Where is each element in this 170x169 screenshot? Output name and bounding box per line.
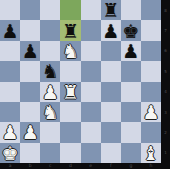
square-d8[interactable]: [60, 0, 80, 20]
rank-label-6: 6: [161, 41, 170, 61]
file-label-d: d: [60, 163, 80, 169]
square-b6[interactable]: ♟: [20, 41, 40, 61]
square-d1[interactable]: [60, 143, 80, 163]
square-f3[interactable]: [101, 102, 121, 122]
square-d4[interactable]: ♜: [60, 82, 80, 102]
white-pawn-piece[interactable]: ♟: [142, 102, 159, 122]
black-rook-piece[interactable]: ♜: [62, 20, 79, 40]
square-e4[interactable]: [81, 82, 101, 102]
square-a2[interactable]: ♟: [0, 122, 20, 142]
white-knight-piece[interactable]: ♞: [62, 41, 79, 61]
square-f5[interactable]: [101, 61, 121, 81]
square-b3[interactable]: [20, 102, 40, 122]
file-label-h: h: [141, 163, 161, 169]
square-d2[interactable]: [60, 122, 80, 142]
rank-label-2: 2: [161, 122, 170, 142]
square-a8[interactable]: [0, 0, 20, 20]
white-pawn-piece[interactable]: ♟: [2, 122, 19, 142]
square-e5[interactable]: [81, 61, 101, 81]
square-f6[interactable]: [101, 41, 121, 61]
square-c6[interactable]: [40, 41, 60, 61]
white-pawn-piece[interactable]: ♟: [22, 122, 39, 142]
black-pawn-piece[interactable]: ♟: [122, 41, 139, 61]
square-c1[interactable]: [40, 143, 60, 163]
square-f2[interactable]: [101, 122, 121, 142]
chess-board: ♜♟♜♟♚♟♞♟♞♟♜♞♟♟♟♚♝: [0, 0, 161, 163]
file-label-g: g: [121, 163, 141, 169]
rank-label-4: 4: [161, 82, 170, 102]
square-c5[interactable]: ♞: [40, 61, 60, 81]
white-bishop-piece[interactable]: ♝: [142, 143, 159, 163]
square-g5[interactable]: [121, 61, 141, 81]
file-label-b: b: [20, 163, 40, 169]
square-b1[interactable]: [20, 143, 40, 163]
black-pawn-piece[interactable]: ♟: [2, 20, 19, 40]
rank-label-8: 8: [161, 0, 170, 20]
square-f8[interactable]: ♜: [101, 0, 121, 20]
white-king-piece[interactable]: ♚: [2, 143, 19, 163]
rank-label-3: 3: [161, 102, 170, 122]
square-h2[interactable]: [141, 122, 161, 142]
square-c2[interactable]: [40, 122, 60, 142]
black-rook-piece[interactable]: ♜: [102, 0, 119, 20]
square-c4[interactable]: ♟: [40, 82, 60, 102]
square-d7[interactable]: ♜: [60, 20, 80, 40]
square-c8[interactable]: [40, 0, 60, 20]
square-g2[interactable]: [121, 122, 141, 142]
white-pawn-piece[interactable]: ♟: [42, 82, 59, 102]
square-e2[interactable]: [81, 122, 101, 142]
square-g6[interactable]: ♟: [121, 41, 141, 61]
black-knight-piece[interactable]: ♞: [42, 61, 59, 81]
square-a5[interactable]: [0, 61, 20, 81]
square-a3[interactable]: [0, 102, 20, 122]
square-d3[interactable]: [60, 102, 80, 122]
square-h3[interactable]: ♟: [141, 102, 161, 122]
square-e3[interactable]: [81, 102, 101, 122]
square-c3[interactable]: ♞: [40, 102, 60, 122]
square-c7[interactable]: [40, 20, 60, 40]
rank-label-5: 5: [161, 61, 170, 81]
rank-coordinates: 87654321: [161, 0, 170, 163]
white-rook-piece[interactable]: ♜: [62, 82, 79, 102]
black-king-piece[interactable]: ♚: [122, 20, 139, 40]
square-g3[interactable]: [121, 102, 141, 122]
square-h7[interactable]: [141, 20, 161, 40]
square-e8[interactable]: [81, 0, 101, 20]
square-d5[interactable]: [60, 61, 80, 81]
square-h5[interactable]: [141, 61, 161, 81]
square-e7[interactable]: [81, 20, 101, 40]
file-label-f: f: [101, 163, 121, 169]
square-a6[interactable]: [0, 41, 20, 61]
square-b5[interactable]: [20, 61, 40, 81]
square-g4[interactable]: [121, 82, 141, 102]
square-g7[interactable]: ♚: [121, 20, 141, 40]
black-pawn-piece[interactable]: ♟: [102, 20, 119, 40]
file-coordinates: abcdefgh: [0, 163, 161, 169]
square-f1[interactable]: [101, 143, 121, 163]
rank-label-1: 1: [161, 143, 170, 163]
rank-label-7: 7: [161, 20, 170, 40]
square-d6[interactable]: ♞: [60, 41, 80, 61]
file-label-c: c: [40, 163, 60, 169]
square-b2[interactable]: ♟: [20, 122, 40, 142]
square-f4[interactable]: [101, 82, 121, 102]
square-h4[interactable]: [141, 82, 161, 102]
file-label-e: e: [81, 163, 101, 169]
square-e1[interactable]: [81, 143, 101, 163]
square-b4[interactable]: [20, 82, 40, 102]
square-h8[interactable]: [141, 0, 161, 20]
file-label-a: a: [0, 163, 20, 169]
square-a7[interactable]: ♟: [0, 20, 20, 40]
white-knight-piece[interactable]: ♞: [42, 102, 59, 122]
square-h6[interactable]: [141, 41, 161, 61]
chess-app-window: ♜♟♜♟♚♟♞♟♞♟♜♞♟♟♟♚♝ 87654321 abcdefgh: [0, 0, 170, 169]
square-b8[interactable]: [20, 0, 40, 20]
square-b7[interactable]: [20, 20, 40, 40]
square-a4[interactable]: [0, 82, 20, 102]
black-pawn-piece[interactable]: ♟: [22, 41, 39, 61]
square-e6[interactable]: [81, 41, 101, 61]
square-a1[interactable]: ♚: [0, 143, 20, 163]
square-g8[interactable]: [121, 0, 141, 20]
square-f7[interactable]: ♟: [101, 20, 121, 40]
square-g1[interactable]: [121, 143, 141, 163]
square-h1[interactable]: ♝: [141, 143, 161, 163]
